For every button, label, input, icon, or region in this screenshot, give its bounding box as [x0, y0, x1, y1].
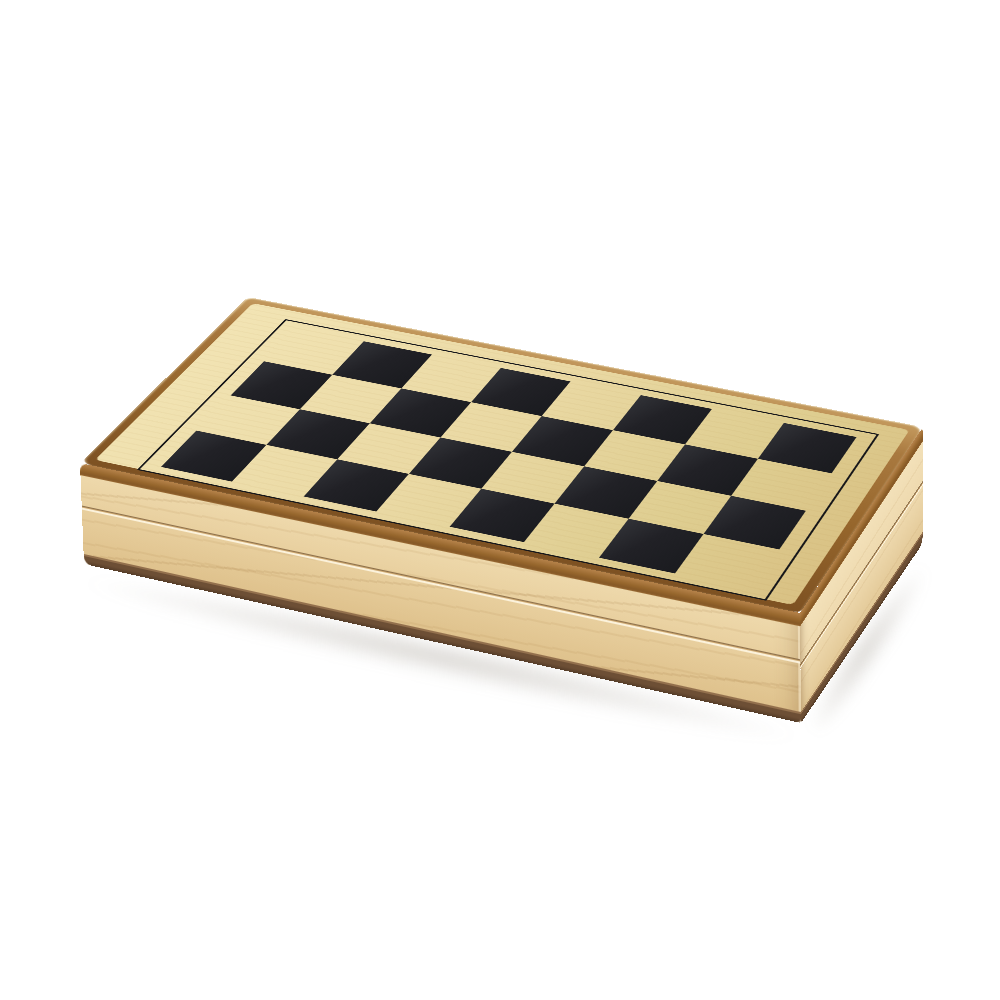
- photo-scene: [0, 0, 1000, 1000]
- chess-box: [0, 0, 1000, 1000]
